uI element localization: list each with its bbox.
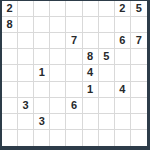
cell-r8c7[interactable]: [99, 114, 115, 130]
cell-r6c6-clue: 1: [83, 82, 99, 98]
cell-r7c5-clue: 6: [66, 98, 82, 114]
cell-r6c9[interactable]: [131, 82, 147, 98]
cell-r7c8[interactable]: [115, 98, 131, 114]
cell-r3c7[interactable]: [99, 33, 115, 49]
cell-r1c8-clue: 2: [115, 1, 131, 17]
cell-r5c8[interactable]: [115, 65, 131, 81]
cell-r4c5[interactable]: [66, 49, 82, 65]
cell-r6c3[interactable]: [34, 82, 50, 98]
cell-r9c4[interactable]: [50, 130, 66, 146]
cell-r3c1[interactable]: [2, 33, 18, 49]
cell-r3c2[interactable]: [18, 33, 34, 49]
cell-r5c3-clue: 1: [34, 65, 50, 81]
cell-r9c3[interactable]: [34, 130, 50, 146]
cell-r9c7[interactable]: [99, 130, 115, 146]
cell-r2c2[interactable]: [18, 17, 34, 33]
cell-r3c8-clue: 6: [115, 33, 131, 49]
cell-r1c1-clue: 2: [2, 1, 18, 17]
cell-r8c6[interactable]: [83, 114, 99, 130]
cell-r9c8[interactable]: [115, 130, 131, 146]
cell-r2c7[interactable]: [99, 17, 115, 33]
cell-r6c1[interactable]: [2, 82, 18, 98]
cell-r4c1[interactable]: [2, 49, 18, 65]
cell-r2c1-clue: 8: [2, 17, 18, 33]
cell-r1c3[interactable]: [34, 1, 50, 17]
cell-r7c1[interactable]: [2, 98, 18, 114]
cell-r7c9[interactable]: [131, 98, 147, 114]
cell-r5c1[interactable]: [2, 65, 18, 81]
cell-r4c8[interactable]: [115, 49, 131, 65]
cell-r8c1[interactable]: [2, 114, 18, 130]
cell-r1c9-clue: 5: [131, 1, 147, 17]
cell-r4c7-clue: 5: [99, 49, 115, 65]
cell-r5c6-clue: 4: [83, 65, 99, 81]
cell-r9c1[interactable]: [2, 130, 18, 146]
cell-r3c4[interactable]: [50, 33, 66, 49]
cell-r4c6-clue: 8: [83, 49, 99, 65]
cell-r8c8[interactable]: [115, 114, 131, 130]
cell-r8c2[interactable]: [18, 114, 34, 130]
cell-r3c5-clue: 7: [66, 33, 82, 49]
cell-r9c6[interactable]: [83, 130, 99, 146]
cell-r6c7[interactable]: [99, 82, 115, 98]
cell-r2c9[interactable]: [131, 17, 147, 33]
cell-r1c4[interactable]: [50, 1, 66, 17]
cell-r3c9-clue: 7: [131, 33, 147, 49]
cell-r6c4[interactable]: [50, 82, 66, 98]
cell-r5c5[interactable]: [66, 65, 82, 81]
cell-r8c4[interactable]: [50, 114, 66, 130]
cell-r2c6[interactable]: [83, 17, 99, 33]
cell-r1c6[interactable]: [83, 1, 99, 17]
cell-r7c7[interactable]: [99, 98, 115, 114]
cell-r1c2[interactable]: [18, 1, 34, 17]
cell-r2c8[interactable]: [115, 17, 131, 33]
puzzle-board: 2258767851414363: [0, 0, 150, 150]
cell-r9c5[interactable]: [66, 130, 82, 146]
cell-r2c4[interactable]: [50, 17, 66, 33]
cell-r2c3[interactable]: [34, 17, 50, 33]
cell-r7c2-clue: 3: [18, 98, 34, 114]
cell-r5c4[interactable]: [50, 65, 66, 81]
cell-r4c2[interactable]: [18, 49, 34, 65]
cell-r1c7[interactable]: [99, 1, 115, 17]
cell-r3c3[interactable]: [34, 33, 50, 49]
cell-r1c5[interactable]: [66, 1, 82, 17]
cell-r6c5[interactable]: [66, 82, 82, 98]
cell-r5c9[interactable]: [131, 65, 147, 81]
cell-r6c8-clue: 4: [115, 82, 131, 98]
cell-r5c7[interactable]: [99, 65, 115, 81]
cell-r7c6[interactable]: [83, 98, 99, 114]
cell-r7c4[interactable]: [50, 98, 66, 114]
cell-r7c3[interactable]: [34, 98, 50, 114]
cell-r4c9[interactable]: [131, 49, 147, 65]
cell-r9c2[interactable]: [18, 130, 34, 146]
cell-r6c2[interactable]: [18, 82, 34, 98]
cell-r5c2[interactable]: [18, 65, 34, 81]
cell-r9c9[interactable]: [131, 130, 147, 146]
cell-r3c6[interactable]: [83, 33, 99, 49]
cell-r4c3[interactable]: [34, 49, 50, 65]
cell-r8c3-clue: 3: [34, 114, 50, 130]
cell-r4c4[interactable]: [50, 49, 66, 65]
cell-r8c9[interactable]: [131, 114, 147, 130]
cell-r8c5[interactable]: [66, 114, 82, 130]
cell-r2c5[interactable]: [66, 17, 82, 33]
